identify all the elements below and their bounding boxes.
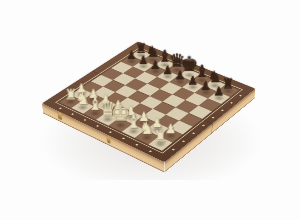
brass-clasp xyxy=(107,135,111,144)
fold-seam-edge xyxy=(212,123,213,133)
square-c3 xyxy=(105,92,128,105)
chess-board: ♜♞♝♛♚♝♞♜♟♟♟♟♟♟♟♟♟♟♟♟♟♟♟♟♜♞♝♛♚♝♞♜ xyxy=(42,41,255,162)
product-photo: ♜♞♝♛♚♝♞♜♟♟♟♟♟♟♟♟♟♟♟♟♟♟♟♟♜♞♝♛♚♝♞♜ xyxy=(0,0,300,220)
board-grid: ♜♞♝♛♚♝♞♜♟♟♟♟♟♟♟♟♟♟♟♟♟♟♟♟♜♞♝♛♚♝♞♜ xyxy=(59,49,239,150)
board-top-face: ♜♞♝♛♚♝♞♜♟♟♟♟♟♟♟♟♟♟♟♟♟♟♟♟♜♞♝♛♚♝♞♜ xyxy=(42,41,255,162)
photo-stage: ♜♞♝♛♚♝♞♜♟♟♟♟♟♟♟♟♟♟♟♟♟♟♟♟♜♞♝♛♚♝♞♜ xyxy=(0,0,300,220)
